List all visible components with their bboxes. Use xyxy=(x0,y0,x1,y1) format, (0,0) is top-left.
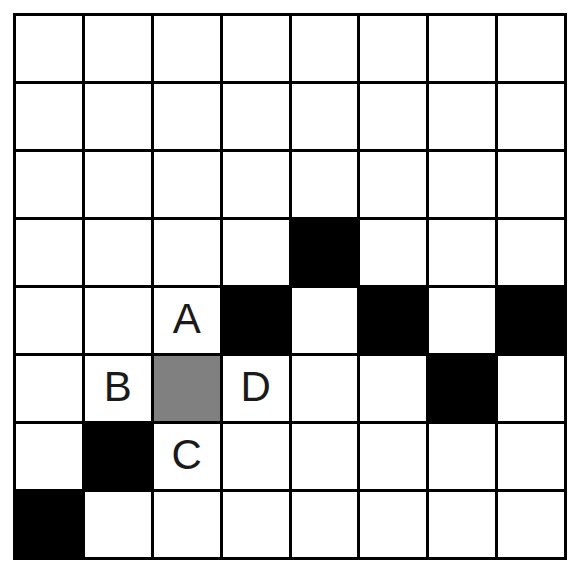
cell-r0c5[interactable] xyxy=(360,16,426,81)
cell-r6c4[interactable] xyxy=(292,424,358,489)
cell-r6c1-black[interactable] xyxy=(85,424,151,489)
cell-r3c1[interactable] xyxy=(85,220,151,285)
cell-r1c4[interactable] xyxy=(292,84,358,149)
cell-r6c5[interactable] xyxy=(360,424,426,489)
cell-r2c1[interactable] xyxy=(85,152,151,217)
cell-r7c7[interactable] xyxy=(498,492,564,557)
cell-r5c0[interactable] xyxy=(16,356,82,421)
cell-r4c4[interactable] xyxy=(292,288,358,353)
cell-r7c2[interactable] xyxy=(154,492,220,557)
cell-r3c2[interactable] xyxy=(154,220,220,285)
cell-r4c5-black[interactable] xyxy=(360,288,426,353)
cell-r0c3[interactable] xyxy=(223,16,289,81)
cell-r1c7[interactable] xyxy=(498,84,564,149)
cell-label-b: B xyxy=(104,366,132,408)
cell-r7c6[interactable] xyxy=(429,492,495,557)
cell-r2c3[interactable] xyxy=(223,152,289,217)
cell-label-d: D xyxy=(240,366,270,408)
cell-r5c3[interactable]: D xyxy=(223,356,289,421)
cell-r4c2[interactable]: A xyxy=(154,288,220,353)
cell-r7c3[interactable] xyxy=(223,492,289,557)
cell-r7c4[interactable] xyxy=(292,492,358,557)
cell-r6c2[interactable]: C xyxy=(154,424,220,489)
cell-r1c2[interactable] xyxy=(154,84,220,149)
cell-r0c6[interactable] xyxy=(429,16,495,81)
cell-r5c1[interactable]: B xyxy=(85,356,151,421)
cell-r6c6[interactable] xyxy=(429,424,495,489)
cell-r2c0[interactable] xyxy=(16,152,82,217)
cell-r0c2[interactable] xyxy=(154,16,220,81)
cell-r3c5[interactable] xyxy=(360,220,426,285)
cell-r1c0[interactable] xyxy=(16,84,82,149)
cell-r1c1[interactable] xyxy=(85,84,151,149)
cell-r0c1[interactable] xyxy=(85,16,151,81)
cell-r2c6[interactable] xyxy=(429,152,495,217)
cell-r3c4-black[interactable] xyxy=(292,220,358,285)
cell-r4c6[interactable] xyxy=(429,288,495,353)
cell-r0c0[interactable] xyxy=(16,16,82,81)
cell-r5c2-gray[interactable] xyxy=(154,356,220,421)
cell-r2c5[interactable] xyxy=(360,152,426,217)
cell-r3c6[interactable] xyxy=(429,220,495,285)
cell-label-a: A xyxy=(173,298,201,340)
cell-r6c3[interactable] xyxy=(223,424,289,489)
cell-r3c7[interactable] xyxy=(498,220,564,285)
cell-r5c7[interactable] xyxy=(498,356,564,421)
cell-r0c4[interactable] xyxy=(292,16,358,81)
cell-r4c0[interactable] xyxy=(16,288,82,353)
cell-r4c3-black[interactable] xyxy=(223,288,289,353)
cell-r7c1[interactable] xyxy=(85,492,151,557)
cell-r1c3[interactable] xyxy=(223,84,289,149)
cell-label-c: C xyxy=(172,434,202,476)
cell-r7c0-black[interactable] xyxy=(16,492,82,557)
cell-r1c6[interactable] xyxy=(429,84,495,149)
cell-r6c0[interactable] xyxy=(16,424,82,489)
cell-r3c3[interactable] xyxy=(223,220,289,285)
cell-r2c2[interactable] xyxy=(154,152,220,217)
cell-r6c7[interactable] xyxy=(498,424,564,489)
cell-r4c1[interactable] xyxy=(85,288,151,353)
puzzle-grid: ABDC xyxy=(13,13,567,560)
cell-r0c7[interactable] xyxy=(498,16,564,81)
cell-r2c7[interactable] xyxy=(498,152,564,217)
cell-r1c5[interactable] xyxy=(360,84,426,149)
cell-r5c5[interactable] xyxy=(360,356,426,421)
cell-r5c4[interactable] xyxy=(292,356,358,421)
cell-r3c0[interactable] xyxy=(16,220,82,285)
cell-r2c4[interactable] xyxy=(292,152,358,217)
cell-r7c5[interactable] xyxy=(360,492,426,557)
cell-r4c7-black[interactable] xyxy=(498,288,564,353)
cell-r5c6-black[interactable] xyxy=(429,356,495,421)
